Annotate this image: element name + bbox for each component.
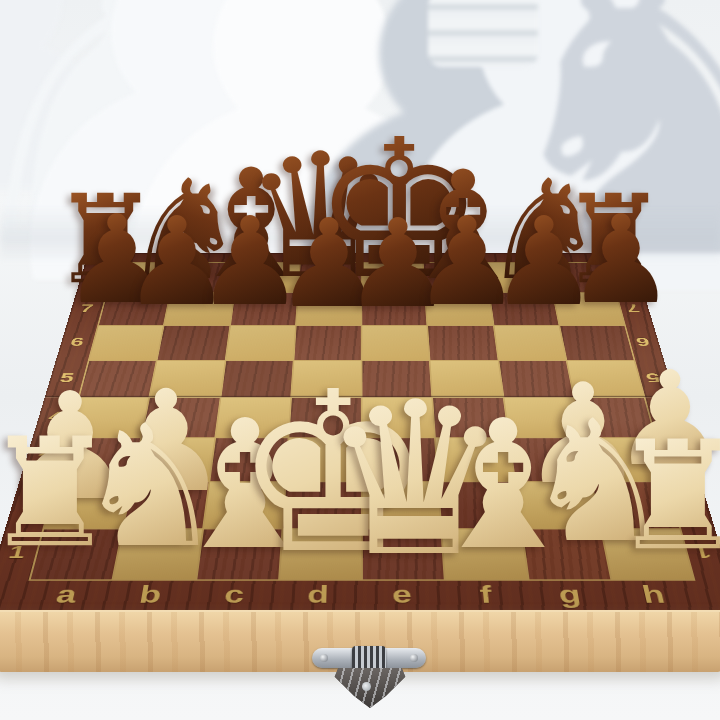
square-d3 (286, 438, 361, 481)
square-b4 (142, 398, 219, 437)
square-c8 (235, 263, 299, 293)
square-d8 (299, 263, 361, 293)
square-c3 (210, 438, 287, 481)
square-c1 (197, 529, 281, 579)
square-f2 (439, 482, 520, 528)
square-g3 (510, 438, 590, 481)
file-label-c: c (190, 578, 277, 612)
square-f3 (436, 438, 514, 481)
square-e2 (363, 482, 441, 528)
floor-reflection (0, 205, 720, 260)
square-b8 (171, 263, 237, 293)
square-d6 (294, 326, 361, 360)
square-g2 (516, 482, 600, 528)
board-fold-seam (44, 395, 675, 398)
square-a1 (31, 529, 122, 579)
box-latch (312, 646, 426, 712)
square-d1 (280, 529, 361, 579)
square-f1 (442, 529, 527, 579)
square-b5 (150, 361, 224, 398)
square-f8 (424, 263, 488, 293)
giant-piece-rings (428, 0, 538, 67)
square-d4 (289, 398, 361, 437)
file-label-h: h (608, 578, 700, 612)
square-a6 (90, 326, 163, 360)
square-a7 (99, 293, 170, 325)
file-label-b: b (105, 578, 195, 612)
latch-screw-right (410, 654, 418, 662)
square-c6 (226, 326, 295, 360)
square-c4 (216, 398, 290, 437)
square-h5 (567, 361, 644, 398)
latch-fan-hole (362, 682, 371, 691)
square-a2 (44, 482, 131, 528)
square-d7 (296, 293, 360, 325)
square-b6 (158, 326, 229, 360)
file-labels-bottom: abcdefgh (20, 578, 700, 612)
file-label-f: f (443, 578, 530, 612)
square-e5 (362, 361, 431, 398)
board-grid (28, 262, 695, 581)
square-a5 (80, 361, 156, 398)
square-g6 (494, 326, 565, 360)
square-a4 (69, 398, 149, 437)
file-label-d: d (275, 578, 360, 612)
square-a8 (108, 263, 176, 293)
square-c7 (231, 293, 297, 325)
square-f5 (431, 361, 503, 398)
file-label-e: e (360, 578, 445, 612)
square-f7 (426, 293, 493, 325)
square-h7 (553, 293, 624, 325)
product-photo-scene: ♟♞♟♟♟♟♞ 87654321 87654321 abcdefgh ♜♞♝♛♚… (0, 0, 720, 720)
square-c2 (204, 482, 285, 528)
square-g4 (504, 398, 581, 437)
board-frame: 87654321 87654321 abcdefgh (0, 253, 720, 612)
square-c5 (221, 361, 293, 398)
square-e7 (362, 293, 426, 325)
square-e4 (362, 398, 434, 437)
square-e1 (363, 529, 444, 579)
square-h4 (575, 398, 655, 437)
chess-board-3d: 87654321 87654321 abcdefgh (0, 253, 720, 612)
square-g1 (522, 529, 610, 579)
square-h6 (560, 326, 634, 360)
square-e3 (363, 438, 438, 481)
file-label-a: a (20, 578, 112, 612)
latch-screw-left (320, 654, 328, 662)
square-b2 (124, 482, 208, 528)
file-label-g: g (525, 578, 615, 612)
square-d2 (283, 482, 361, 528)
square-g7 (490, 293, 559, 325)
square-g8 (485, 263, 551, 293)
square-a3 (57, 438, 140, 481)
square-e6 (362, 326, 429, 360)
square-d5 (292, 361, 361, 398)
latch-hinge-barrel (352, 646, 386, 671)
square-b3 (134, 438, 214, 481)
square-f6 (428, 326, 497, 360)
square-b1 (114, 529, 202, 579)
square-b7 (165, 293, 234, 325)
square-g5 (499, 361, 573, 398)
square-f4 (433, 398, 507, 437)
square-h8 (547, 263, 615, 293)
square-e8 (362, 263, 424, 293)
